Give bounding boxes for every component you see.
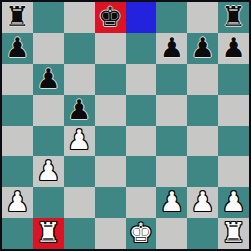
square-a3[interactable] — [2, 156, 33, 187]
square-b4[interactable] — [33, 126, 64, 157]
square-g1[interactable] — [187, 218, 218, 249]
white-rook[interactable]: ♜ — [221, 219, 245, 246]
square-d7[interactable] — [95, 33, 126, 64]
square-b6[interactable]: ♟ — [33, 64, 64, 95]
square-a7[interactable]: ♟ — [2, 33, 33, 64]
square-a1[interactable] — [2, 218, 33, 249]
square-h7[interactable]: ♟ — [218, 33, 249, 64]
square-g2[interactable]: ♟ — [187, 187, 218, 218]
white-pawn[interactable]: ♟ — [5, 188, 29, 215]
square-h4[interactable] — [218, 126, 249, 157]
square-e1[interactable]: ♚ — [126, 218, 157, 249]
black-king[interactable]: ♚ — [98, 3, 122, 30]
square-g4[interactable] — [187, 126, 218, 157]
chess-board: ♜♚♜♟♟♟♟♟♟♟♟♟♟♟♟♜♚♜ — [0, 0, 251, 251]
square-f1[interactable] — [156, 218, 187, 249]
square-c8[interactable] — [64, 2, 95, 33]
white-pawn[interactable]: ♟ — [221, 188, 245, 215]
square-h1[interactable]: ♜ — [218, 218, 249, 249]
square-e2[interactable] — [126, 187, 157, 218]
square-g5[interactable] — [187, 95, 218, 126]
square-d4[interactable] — [95, 126, 126, 157]
square-b8[interactable] — [33, 2, 64, 33]
square-h6[interactable] — [218, 64, 249, 95]
square-d2[interactable] — [95, 187, 126, 218]
square-a4[interactable] — [2, 126, 33, 157]
black-pawn[interactable]: ♟ — [67, 96, 91, 123]
square-g7[interactable]: ♟ — [187, 33, 218, 64]
white-king[interactable]: ♚ — [129, 219, 153, 246]
square-a8[interactable]: ♜ — [2, 2, 33, 33]
square-b3[interactable]: ♟ — [33, 156, 64, 187]
square-c3[interactable] — [64, 156, 95, 187]
white-pawn[interactable]: ♟ — [67, 126, 91, 153]
square-c4[interactable]: ♟ — [64, 126, 95, 157]
square-b1[interactable]: ♜ — [33, 218, 64, 249]
square-e3[interactable] — [126, 156, 157, 187]
square-e4[interactable] — [126, 126, 157, 157]
square-h8[interactable]: ♜ — [218, 2, 249, 33]
square-d8[interactable]: ♚ — [95, 2, 126, 33]
square-f8[interactable] — [156, 2, 187, 33]
square-g8[interactable] — [187, 2, 218, 33]
square-c1[interactable] — [64, 218, 95, 249]
square-h2[interactable]: ♟ — [218, 187, 249, 218]
square-d6[interactable] — [95, 64, 126, 95]
black-pawn[interactable]: ♟ — [191, 34, 215, 61]
square-f7[interactable]: ♟ — [156, 33, 187, 64]
square-d3[interactable] — [95, 156, 126, 187]
square-f2[interactable]: ♟ — [156, 187, 187, 218]
square-c6[interactable] — [64, 64, 95, 95]
square-f4[interactable] — [156, 126, 187, 157]
square-d5[interactable] — [95, 95, 126, 126]
square-b5[interactable] — [33, 95, 64, 126]
square-d1[interactable] — [95, 218, 126, 249]
square-h3[interactable] — [218, 156, 249, 187]
square-g6[interactable] — [187, 64, 218, 95]
square-a5[interactable] — [2, 95, 33, 126]
square-f6[interactable] — [156, 64, 187, 95]
square-e5[interactable] — [126, 95, 157, 126]
black-pawn[interactable]: ♟ — [5, 34, 29, 61]
white-pawn[interactable]: ♟ — [191, 188, 215, 215]
square-f5[interactable] — [156, 95, 187, 126]
square-a2[interactable]: ♟ — [2, 187, 33, 218]
white-rook[interactable]: ♜ — [36, 219, 60, 246]
black-pawn[interactable]: ♟ — [36, 65, 60, 92]
black-pawn[interactable]: ♟ — [221, 34, 245, 61]
white-pawn[interactable]: ♟ — [36, 157, 60, 184]
black-rook[interactable]: ♜ — [5, 3, 29, 30]
square-e6[interactable] — [126, 64, 157, 95]
black-rook[interactable]: ♜ — [221, 3, 245, 30]
square-f3[interactable] — [156, 156, 187, 187]
white-pawn[interactable]: ♟ — [160, 188, 184, 215]
square-e7[interactable] — [126, 33, 157, 64]
square-c7[interactable] — [64, 33, 95, 64]
square-c2[interactable] — [64, 187, 95, 218]
square-b2[interactable] — [33, 187, 64, 218]
square-a6[interactable] — [2, 64, 33, 95]
black-pawn[interactable]: ♟ — [160, 34, 184, 61]
square-h5[interactable] — [218, 95, 249, 126]
square-b7[interactable] — [33, 33, 64, 64]
square-c5[interactable]: ♟ — [64, 95, 95, 126]
square-g3[interactable] — [187, 156, 218, 187]
chess-board-grid: ♜♚♜♟♟♟♟♟♟♟♟♟♟♟♟♜♚♜ — [2, 2, 249, 249]
square-e8[interactable] — [126, 2, 157, 33]
